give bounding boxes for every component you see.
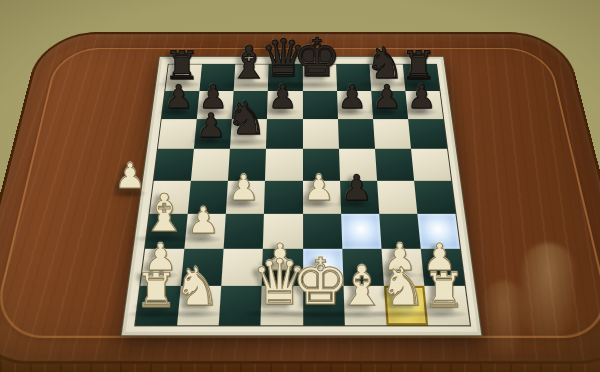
piece-white-pawn-b3[interactable]: ♟: [187, 203, 220, 239]
square-h6[interactable]: [408, 119, 447, 149]
piece-black-pawn-f7[interactable]: ♟: [338, 80, 367, 113]
piece-shadow: [217, 137, 270, 146]
square-f3-legal-move[interactable]: [340, 213, 380, 248]
piece-black-pawn-f4[interactable]: ♟: [341, 170, 373, 205]
piece-shadow: [366, 108, 404, 117]
chess-scene: ♜♝♛♚♞♜♟♟♟♟♟♟♟♞♟♟♟♝♟♟♟♟♟♜♞♛♚♝♞♜♟: [0, 0, 600, 372]
square-g6[interactable]: [372, 119, 410, 149]
piece-shadow: [296, 200, 337, 209]
piece-shadow: [180, 234, 222, 243]
piece-shadow: [262, 108, 300, 117]
piece-shadow: [158, 108, 196, 117]
square-e3[interactable]: [302, 213, 341, 248]
piece-black-king-e8[interactable]: ♚: [293, 32, 340, 85]
piece-shadow: [163, 309, 224, 318]
piece-shadow: [334, 200, 375, 209]
piece-white-knight-g1[interactable]: ♞: [379, 262, 426, 315]
piece-white-rook-h1[interactable]: ♜: [423, 267, 466, 315]
piece-black-knight-c6[interactable]: ♞: [226, 96, 267, 142]
piece-black-pawn-a7[interactable]: ♟: [164, 80, 193, 113]
piece-black-pawn-h7[interactable]: ♟: [407, 80, 436, 113]
square-g4[interactable]: [376, 180, 416, 213]
square-b5[interactable]: [191, 149, 230, 180]
square-e6[interactable]: [302, 119, 338, 149]
square-a5[interactable]: [153, 149, 193, 180]
piece-black-pawn-g7[interactable]: ♟: [372, 80, 401, 113]
piece-white-knight-b1[interactable]: ♞: [174, 262, 221, 315]
square-f6[interactable]: [337, 119, 374, 149]
square-h5[interactable]: [410, 149, 450, 180]
piece-shadow: [401, 108, 439, 117]
piece-shadow: [221, 200, 262, 209]
square-d6[interactable]: [266, 119, 302, 149]
piece-white-bishop-a3[interactable]: ♝: [141, 187, 188, 239]
piece-white-rook-a1[interactable]: ♜: [135, 267, 178, 315]
piece-white-pawn-c4[interactable]: ♟: [228, 170, 260, 205]
square-d5[interactable]: [265, 149, 302, 180]
square-c3[interactable]: [223, 213, 263, 248]
piece-shadow: [331, 108, 369, 117]
square-h4[interactable]: [413, 180, 454, 213]
square-g5[interactable]: [374, 149, 413, 180]
piece-white-pawn-e4[interactable]: ♟: [303, 170, 335, 205]
piece-shadow: [413, 309, 468, 318]
piece-black-pawn-d7[interactable]: ♟: [268, 80, 297, 113]
